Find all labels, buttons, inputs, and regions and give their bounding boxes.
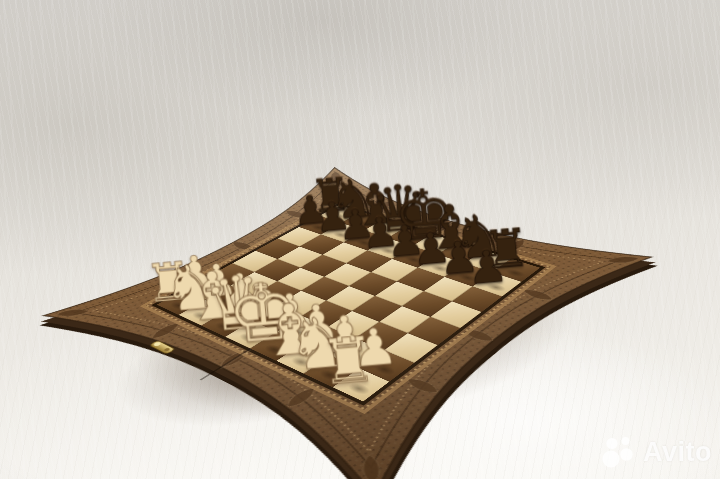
chess-board: ♜♞♝♛♚♝♞♜♟♟♟♟♟♟♟♟♟♟♟♟♟♟♟♟♜♞♝♛♚♝♞♜ bbox=[38, 166, 657, 479]
watermark: Avito bbox=[602, 435, 712, 469]
board-scene: ♜♞♝♛♚♝♞♜♟♟♟♟♟♟♟♟♟♟♟♟♟♟♟♟♜♞♝♛♚♝♞♜ bbox=[0, 0, 720, 479]
white-rook: ♜ bbox=[318, 328, 379, 395]
black-pawn: ♟ bbox=[465, 243, 509, 292]
watermark-text: Avito bbox=[643, 437, 712, 468]
avito-dots-icon bbox=[602, 435, 636, 469]
photo-background: ♜♞♝♛♚♝♞♜♟♟♟♟♟♟♟♟♟♟♟♟♟♟♟♟♜♞♝♛♚♝♞♜ Avito bbox=[0, 0, 720, 479]
